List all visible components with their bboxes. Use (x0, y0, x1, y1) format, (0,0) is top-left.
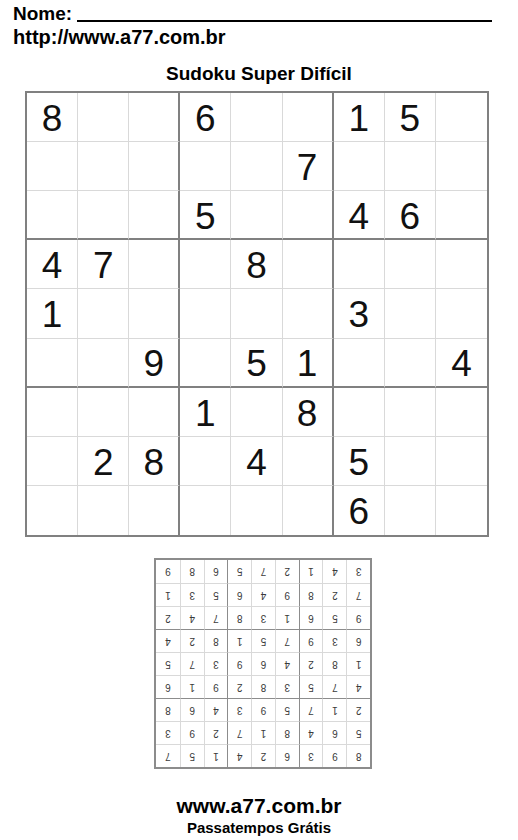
puzzle-cell-r6c4[interactable] (180, 339, 231, 388)
puzzle-cell-r2c9[interactable] (436, 142, 487, 191)
solution-cell-r7c2: 5 (322, 606, 346, 629)
solution-cell-r8c3: 8 (299, 583, 323, 606)
sudoku-puzzle-grid: 861575464781395141828456 (25, 91, 489, 537)
solution-cell-r9c2: 4 (322, 560, 346, 583)
puzzle-cell-r1c7: 1 (334, 93, 385, 142)
solution-cell-r3c8: 6 (180, 698, 204, 721)
puzzle-cell-r6c1[interactable] (27, 339, 78, 388)
name-fill-line[interactable] (77, 20, 492, 22)
solution-cell-r9c8: 8 (180, 560, 204, 583)
puzzle-cell-r7c8[interactable] (385, 388, 436, 437)
puzzle-cell-r8c8[interactable] (385, 437, 436, 486)
solution-cell-r9c5: 7 (251, 560, 275, 583)
page-title: Sudoku Super Difícil (0, 63, 518, 85)
puzzle-cell-r2c1[interactable] (27, 142, 78, 191)
puzzle-cell-r9c1[interactable] (27, 486, 78, 535)
solution-cell-r9c9: 9 (156, 560, 180, 583)
footer-url: www.a77.com.br (0, 794, 518, 818)
puzzle-cell-r7c2[interactable] (78, 388, 129, 437)
puzzle-cell-r6c3: 9 (129, 339, 180, 388)
puzzle-cell-r6c9: 4 (436, 339, 487, 388)
solution-cell-r8c1: 7 (346, 583, 370, 606)
puzzle-cell-r1c1: 8 (27, 93, 78, 142)
header-url: http://www.a77.com.br (13, 26, 226, 49)
puzzle-cell-r9c4[interactable] (180, 486, 231, 535)
puzzle-cell-r4c8[interactable] (385, 240, 436, 289)
solution-cell-r2c2: 6 (322, 721, 346, 744)
solution-cell-r5c2: 8 (322, 652, 346, 675)
solution-cell-r3c2: 1 (322, 698, 346, 721)
puzzle-cell-r6c7[interactable] (334, 339, 385, 388)
solution-cell-r9c6: 5 (227, 560, 251, 583)
solution-cell-r3c5: 9 (251, 698, 275, 721)
puzzle-cell-r7c5[interactable] (231, 388, 282, 437)
puzzle-cell-r2c4[interactable] (180, 142, 231, 191)
solution-cell-r6c7: 8 (204, 629, 228, 652)
solution-cell-r7c9: 2 (156, 606, 180, 629)
solution-cell-r8c9: 1 (156, 583, 180, 606)
solution-cell-r6c5: 5 (251, 629, 275, 652)
puzzle-cell-r2c8[interactable] (385, 142, 436, 191)
puzzle-cell-r9c7: 6 (334, 486, 385, 535)
solution-cell-r9c4: 2 (275, 560, 299, 583)
puzzle-cell-r2c5[interactable] (231, 142, 282, 191)
solution-cell-r1c4: 6 (275, 744, 299, 767)
puzzle-cell-r7c6: 8 (283, 388, 334, 437)
solution-cell-r2c5: 1 (251, 721, 275, 744)
puzzle-cell-r8c2: 2 (78, 437, 129, 486)
solution-cell-r8c6: 6 (227, 583, 251, 606)
solution-cell-r6c3: 9 (299, 629, 323, 652)
puzzle-cell-r9c2[interactable] (78, 486, 129, 535)
puzzle-cell-r3c3[interactable] (129, 191, 180, 240)
solution-cell-r1c6: 4 (227, 744, 251, 767)
puzzle-cell-r4c1: 4 (27, 240, 78, 289)
solution-cell-r3c4: 5 (275, 698, 299, 721)
puzzle-cell-r8c9[interactable] (436, 437, 487, 486)
name-label: Nome: (13, 3, 72, 25)
solution-cell-r2c6: 7 (227, 721, 251, 744)
solution-cell-r3c1: 2 (346, 698, 370, 721)
puzzle-cell-r3c1[interactable] (27, 191, 78, 240)
solution-cell-r1c9: 7 (156, 744, 180, 767)
solution-cell-r9c1: 3 (346, 560, 370, 583)
puzzle-cell-r5c6[interactable] (283, 289, 334, 338)
puzzle-cell-r8c6[interactable] (283, 437, 334, 486)
puzzle-cell-r9c3[interactable] (129, 486, 180, 535)
solution-cell-r4c3: 5 (299, 675, 323, 698)
solution-cell-r6c1: 6 (346, 629, 370, 652)
puzzle-cell-r6c6: 1 (283, 339, 334, 388)
solution-cell-r5c4: 4 (275, 652, 299, 675)
solution-cell-r2c9: 3 (156, 721, 180, 744)
puzzle-cell-r3c4: 5 (180, 191, 231, 240)
solution-cell-r2c3: 4 (299, 721, 323, 744)
solution-cell-r4c8: 1 (180, 675, 204, 698)
solution-cell-r1c7: 1 (204, 744, 228, 767)
solution-cell-r5c5: 6 (251, 652, 275, 675)
puzzle-cell-r4c6[interactable] (283, 240, 334, 289)
solution-cell-r3c3: 7 (299, 698, 323, 721)
solution-cell-r4c4: 3 (275, 675, 299, 698)
solution-cell-r5c6: 9 (227, 652, 251, 675)
solution-cell-r4c1: 4 (346, 675, 370, 698)
solution-cell-r3c9: 8 (156, 698, 180, 721)
solution-cell-r8c2: 2 (322, 583, 346, 606)
puzzle-cell-r4c5: 8 (231, 240, 282, 289)
puzzle-cell-r7c7[interactable] (334, 388, 385, 437)
puzzle-cell-r6c5: 5 (231, 339, 282, 388)
puzzle-cell-r4c4[interactable] (180, 240, 231, 289)
puzzle-cell-r8c5: 4 (231, 437, 282, 486)
solution-cell-r4c5: 8 (251, 675, 275, 698)
puzzle-cell-r3c5[interactable] (231, 191, 282, 240)
puzzle-cell-r8c1[interactable] (27, 437, 78, 486)
puzzle-cell-r8c4[interactable] (180, 437, 231, 486)
puzzle-cell-r3c9[interactable] (436, 191, 487, 240)
puzzle-cell-r9c6[interactable] (283, 486, 334, 535)
solution-cell-r4c9: 6 (156, 675, 180, 698)
puzzle-cell-r4c7[interactable] (334, 240, 385, 289)
puzzle-cell-r5c4[interactable] (180, 289, 231, 338)
puzzle-cell-r3c2[interactable] (78, 191, 129, 240)
puzzle-cell-r2c3[interactable] (129, 142, 180, 191)
solution-cell-r1c5: 2 (251, 744, 275, 767)
puzzle-cell-r7c9[interactable] (436, 388, 487, 437)
solution-cell-r9c7: 6 (204, 560, 228, 583)
solution-cell-r5c9: 5 (156, 652, 180, 675)
solution-cell-r4c7: 9 (204, 675, 228, 698)
solution-cell-r2c8: 9 (180, 721, 204, 744)
puzzle-cell-r3c8: 6 (385, 191, 436, 240)
solution-cell-r7c7: 7 (204, 606, 228, 629)
solution-cell-r2c1: 5 (346, 721, 370, 744)
puzzle-cell-r5c9[interactable] (436, 289, 487, 338)
solution-cell-r1c8: 5 (180, 744, 204, 767)
puzzle-cell-r6c8[interactable] (385, 339, 436, 388)
solution-cell-r7c3: 6 (299, 606, 323, 629)
solution-cell-r6c2: 3 (322, 629, 346, 652)
puzzle-cell-r4c9[interactable] (436, 240, 487, 289)
puzzle-cell-r2c2[interactable] (78, 142, 129, 191)
solution-cell-r1c3: 3 (299, 744, 323, 767)
solution-cell-r6c9: 4 (156, 629, 180, 652)
puzzle-cell-r5c2[interactable] (78, 289, 129, 338)
solution-cell-r5c7: 3 (204, 652, 228, 675)
solution-cell-r1c1: 8 (346, 744, 370, 767)
puzzle-cell-r5c5[interactable] (231, 289, 282, 338)
solution-cell-r5c3: 2 (299, 652, 323, 675)
puzzle-cell-r1c2[interactable] (78, 93, 129, 142)
solution-cell-r2c4: 8 (275, 721, 299, 744)
puzzle-cell-r1c5[interactable] (231, 93, 282, 142)
solution-cell-r7c5: 3 (251, 606, 275, 629)
solution-cell-r4c2: 7 (322, 675, 346, 698)
puzzle-cell-r1c4: 6 (180, 93, 231, 142)
solution-cell-r3c7: 4 (204, 698, 228, 721)
puzzle-cell-r7c4: 1 (180, 388, 231, 437)
solution-cell-r8c8: 3 (180, 583, 204, 606)
puzzle-cell-r9c8[interactable] (385, 486, 436, 535)
puzzle-cell-r9c5[interactable] (231, 486, 282, 535)
solution-cell-r3c6: 3 (227, 698, 251, 721)
solution-cell-r7c1: 9 (346, 606, 370, 629)
puzzle-cell-r1c8: 5 (385, 93, 436, 142)
solution-cell-r5c1: 1 (346, 652, 370, 675)
solution-cell-r8c5: 4 (251, 583, 275, 606)
puzzle-cell-r6c2[interactable] (78, 339, 129, 388)
puzzle-cell-r5c1: 1 (27, 289, 78, 338)
puzzle-cell-r1c3[interactable] (129, 93, 180, 142)
solution-cell-r4c6: 2 (227, 675, 251, 698)
sudoku-solution-grid-rotated: 8936241575648172932175934684753829161824… (154, 558, 372, 769)
puzzle-cell-r9c9[interactable] (436, 486, 487, 535)
puzzle-cell-r5c3[interactable] (129, 289, 180, 338)
puzzle-cell-r1c9[interactable] (436, 93, 487, 142)
puzzle-cell-r1c6[interactable] (283, 93, 334, 142)
solution-cell-r7c6: 8 (227, 606, 251, 629)
solution-cell-r6c4: 7 (275, 629, 299, 652)
puzzle-cell-r3c6[interactable] (283, 191, 334, 240)
solution-cell-r6c8: 2 (180, 629, 204, 652)
solution-cell-r9c3: 1 (299, 560, 323, 583)
solution-cell-r8c7: 5 (204, 583, 228, 606)
solution-cell-r2c7: 2 (204, 721, 228, 744)
puzzle-cell-r2c6: 7 (283, 142, 334, 191)
solution-cell-r1c2: 9 (322, 744, 346, 767)
solution-cell-r7c8: 4 (180, 606, 204, 629)
solution-cell-r8c4: 9 (275, 583, 299, 606)
puzzle-cell-r5c8[interactable] (385, 289, 436, 338)
solution-cell-r6c6: 1 (227, 629, 251, 652)
puzzle-cell-r2c7[interactable] (334, 142, 385, 191)
puzzle-cell-r8c3: 8 (129, 437, 180, 486)
puzzle-cell-r5c7: 3 (334, 289, 385, 338)
puzzle-cell-r3c7: 4 (334, 191, 385, 240)
solution-cell-r5c8: 7 (180, 652, 204, 675)
puzzle-cell-r8c7: 5 (334, 437, 385, 486)
puzzle-cell-r7c1[interactable] (27, 388, 78, 437)
solution-cell-r7c4: 1 (275, 606, 299, 629)
puzzle-cell-r4c3[interactable] (129, 240, 180, 289)
puzzle-cell-r7c3[interactable] (129, 388, 180, 437)
puzzle-cell-r4c2: 7 (78, 240, 129, 289)
sudoku-print-page: Nome: http://www.a77.com.br Sudoku Super… (0, 0, 518, 840)
footer-tagline: Passatempos Grátis (0, 819, 518, 836)
